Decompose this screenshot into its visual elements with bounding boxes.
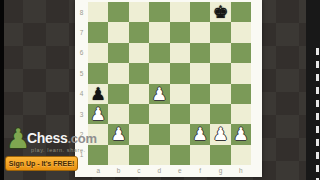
file-label-e: e [170, 165, 190, 176]
square-a7 [88, 22, 108, 42]
piece-white-pawn: ♟ [88, 104, 108, 124]
square-b8 [108, 2, 128, 22]
square-b5 [108, 63, 128, 83]
square-g4 [210, 84, 230, 104]
file-label-g: g [210, 165, 230, 176]
square-a5 [88, 63, 108, 83]
square-h2: ♟ [231, 124, 251, 144]
square-b3 [108, 104, 128, 124]
square-d2 [149, 124, 169, 144]
signup-button[interactable]: Sign Up - It's FREE! [5, 156, 78, 171]
square-f5 [190, 63, 210, 83]
square-c1 [129, 145, 149, 165]
square-a6 [88, 43, 108, 63]
left-letterbox-bar [0, 0, 4, 180]
square-f7 [190, 22, 210, 42]
square-g7 [210, 22, 230, 42]
square-c8 [129, 2, 149, 22]
rank-label-4: 4 [75, 84, 88, 104]
square-e5 [170, 63, 190, 83]
square-c3 [129, 104, 149, 124]
square-d8 [149, 2, 169, 22]
piece-white-pawn: ♟ [108, 124, 128, 144]
square-g5 [210, 63, 230, 83]
square-f1 [190, 145, 210, 165]
piece-black-king: ♚ [210, 2, 230, 22]
square-g2: ♟ [210, 124, 230, 144]
square-c7 [129, 22, 149, 42]
file-label-d: d [149, 165, 169, 176]
square-a3: ♟ [88, 104, 108, 124]
square-d6 [149, 43, 169, 63]
piece-white-pawn: ♟ [190, 124, 210, 144]
square-c4 [129, 84, 149, 104]
file-label-c: c [129, 165, 149, 176]
piece-white-pawn: ♟ [149, 84, 169, 104]
board-squares: ♚♟♟♟♟♟♟♟ [88, 2, 251, 165]
chesscom-logo-text: Chess.com [27, 129, 97, 147]
square-c2 [129, 124, 149, 144]
square-g6 [210, 43, 230, 63]
logo-word-chess: Chess [27, 130, 68, 146]
square-d5 [149, 63, 169, 83]
square-h7 [231, 22, 251, 42]
file-label-h: h [231, 165, 251, 176]
square-c5 [129, 63, 149, 83]
square-d1 [149, 145, 169, 165]
file-label-a: a [88, 165, 108, 176]
rank-label-6: 6 [75, 43, 88, 63]
square-e8 [170, 2, 190, 22]
rank-label-5: 5 [75, 63, 88, 83]
piece-white-pawn: ♟ [231, 124, 251, 144]
square-e2 [170, 124, 190, 144]
square-e1 [170, 145, 190, 165]
square-f8 [190, 2, 210, 22]
square-g3 [210, 104, 230, 124]
file-labels: abcdefgh [88, 165, 251, 176]
file-label-b: b [108, 165, 128, 176]
logo-word-com: .com [68, 131, 97, 146]
piece-white-pawn: ♟ [210, 124, 230, 144]
square-h8 [231, 2, 251, 22]
square-g8: ♚ [210, 2, 230, 22]
square-b1 [108, 145, 128, 165]
square-e6 [170, 43, 190, 63]
square-h6 [231, 43, 251, 63]
rank-label-8: 8 [75, 2, 88, 22]
film-edge-dashes [316, 48, 319, 180]
square-b7 [108, 22, 128, 42]
square-d4: ♟ [149, 84, 169, 104]
square-b6 [108, 43, 128, 63]
square-f6 [190, 43, 210, 63]
file-label-f: f [190, 165, 210, 176]
chesscom-tagline: play. learn. share. [31, 147, 83, 153]
square-g1 [210, 145, 230, 165]
square-h1 [231, 145, 251, 165]
square-c6 [129, 43, 149, 63]
square-a8 [88, 2, 108, 22]
rank-label-7: 7 [75, 22, 88, 42]
square-d3 [149, 104, 169, 124]
square-h4 [231, 84, 251, 104]
square-e4 [170, 84, 190, 104]
square-f2: ♟ [190, 124, 210, 144]
square-f4 [190, 84, 210, 104]
square-e3 [170, 104, 190, 124]
chess-board: 87654321 ♚♟♟♟♟♟♟♟ abcdefgh [75, 0, 262, 177]
square-h3 [231, 104, 251, 124]
square-a1 [88, 145, 108, 165]
square-f3 [190, 104, 210, 124]
piece-black-pawn: ♟ [88, 84, 108, 104]
square-d7 [149, 22, 169, 42]
rank-label-3: 3 [75, 104, 88, 124]
square-b4 [108, 84, 128, 104]
square-a4: ♟ [88, 84, 108, 104]
square-b2: ♟ [108, 124, 128, 144]
chesscom-logo[interactable]: ♟ Chess.com play. learn. share. [5, 126, 83, 156]
square-h5 [231, 63, 251, 83]
video-frame: 87654321 ♚♟♟♟♟♟♟♟ abcdefgh ♟ Chess.com p… [0, 0, 320, 180]
square-e7 [170, 22, 190, 42]
